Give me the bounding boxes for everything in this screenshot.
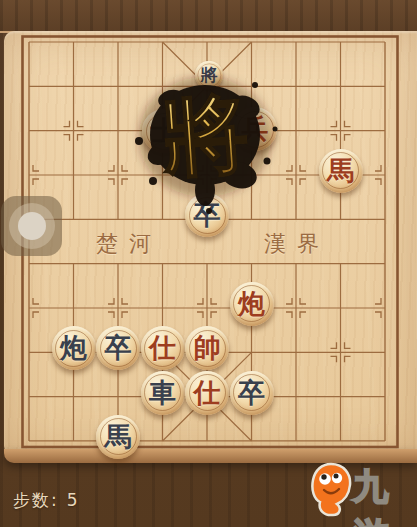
mascot-icon: [306, 458, 356, 518]
piece-black-black-soldier[interactable]: 卒: [185, 193, 229, 237]
xiangqi-app-screen: 楚河 漢界 士兵馬卒炮炮卒仕帥車仕卒馬將 將: [0, 0, 417, 527]
piece-black-black-chariot[interactable]: 車: [141, 371, 185, 415]
piece-black-black-cannon[interactable]: 炮: [52, 326, 96, 370]
piece-glyph: 卒: [96, 326, 140, 370]
piece-glyph: 仕: [141, 326, 185, 370]
step-counter: 步数:5: [13, 489, 80, 512]
top-wood-band: [0, 0, 417, 33]
piece-glyph: 帥: [185, 326, 229, 370]
piece-glyph: 兵: [233, 107, 277, 151]
watermark-logo: 九游: [306, 458, 417, 518]
piece-glyph: 士: [142, 109, 186, 153]
piece-glyph: 馬: [96, 415, 140, 459]
piece-black-black-advisor[interactable]: 士: [142, 109, 186, 153]
piece-red-red-advisor[interactable]: 仕: [185, 371, 229, 415]
piece-red-red-soldier[interactable]: 兵: [233, 107, 277, 151]
piece-glyph: 炮: [230, 282, 274, 326]
piece-red-red-cannon[interactable]: 炮: [230, 282, 274, 326]
watermark-text: 九游: [353, 463, 417, 527]
river-label-left: 楚河: [96, 229, 162, 259]
piece-black-black-horse[interactable]: 馬: [96, 415, 140, 459]
floating-widget-button[interactable]: [1, 196, 62, 256]
piece-glyph: 卒: [185, 193, 229, 237]
step-counter-label: 步数:: [13, 490, 59, 510]
piece-glyph: 馬: [319, 149, 363, 193]
piece-black-black-soldier[interactable]: 卒: [230, 371, 274, 415]
river-label-right: 漢界: [264, 229, 330, 259]
piece-glyph: 卒: [230, 371, 274, 415]
step-counter-value: 5: [67, 490, 80, 510]
piece-red-red-general[interactable]: 帥: [185, 326, 229, 370]
piece-glyph: 炮: [52, 326, 96, 370]
widget-dot: [18, 212, 46, 240]
piece-red-red-advisor[interactable]: 仕: [141, 326, 185, 370]
piece-glyph: 仕: [185, 371, 229, 415]
piece-red-red-horse[interactable]: 馬: [319, 149, 363, 193]
piece-glyph: 將: [195, 61, 223, 89]
piece-glyph: 車: [141, 371, 185, 415]
piece-black-black-general[interactable]: 將: [195, 61, 223, 89]
piece-black-black-soldier[interactable]: 卒: [96, 326, 140, 370]
